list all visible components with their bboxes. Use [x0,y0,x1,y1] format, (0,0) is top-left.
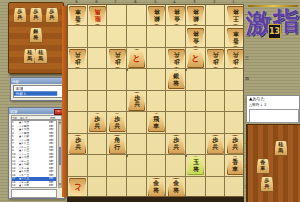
star-point [185,69,187,71]
shogi-piece[interactable]: 香車 [227,156,244,175]
rank-label: 三 [245,55,249,60]
file-label: 4 [173,0,175,4]
branch-list[interactable]: 本譜分岐１ [13,85,63,98]
file-label: 6 [134,0,136,4]
kifu-move-row[interactable]: 19▲７七角0秒 [12,184,56,188]
shogi-piece[interactable]: 角行 [109,135,126,154]
shogi-piece[interactable]: 飛車 [148,113,165,132]
kifu-column-header[interactable]: 手数 [12,116,19,119]
shogi-piece[interactable]: 王将 [227,6,244,25]
file-label: 5 [154,0,156,4]
star-point [126,69,128,71]
shogi-piece[interactable]: 銀将 [148,6,165,25]
captured-piece[interactable]: 歩兵 [13,7,27,23]
star-point [185,155,187,157]
branch-list-item[interactable]: 分岐１ [14,91,57,96]
scroll-down-icon[interactable]: ▼ [59,183,61,187]
shogi-piece[interactable]: 歩兵 [227,49,244,68]
shogi-piece[interactable]: 歩兵 [109,49,126,68]
file-label: 9 [75,0,77,4]
file-labels: 987654321 [67,0,244,4]
branch-window-title: 分岐 [12,79,19,84]
shogi-piece[interactable]: 歩兵 [207,49,224,68]
shogi-piece[interactable]: 龍馬 [89,6,106,25]
kifu-move-list[interactable]: 1▲７六歩0秒2△３四歩0秒3▲２六歩0秒4△４四歩0秒5▲４八銀0秒6△４二飛… [11,120,57,188]
scrollbar-thumb[interactable] [59,147,61,165]
kifu-window-title: 棋譜 [10,109,17,114]
shogi-piece[interactable]: 金将 [187,28,204,47]
shogi-piece[interactable]: 金将 [168,6,185,25]
info-box [249,109,299,123]
kifu-comment-area [11,189,57,198]
branch-window: 分岐 本譜分岐１ [10,77,66,101]
kifu-column-header[interactable]: 時間 [50,116,59,119]
kifu-window-titlebar[interactable]: 棋譜 × [9,108,64,114]
shogi-piece[interactable]: と [128,49,145,68]
shogi-piece[interactable]: 歩兵 [227,135,244,154]
star-point [126,155,128,157]
shogi-piece[interactable]: 金将 [148,178,165,197]
shogi-piece[interactable]: と [187,49,204,68]
gekisashi-app-window: 歩兵歩兵歩兵銀将桂馬桂馬 分岐 本譜分岐１ 棋譜 × 手数指し手時間 1▲７六歩… [0,0,300,202]
shogi-piece-last-move[interactable]: 玉将 [187,156,204,175]
shogi-piece[interactable]: 金将 [168,178,185,197]
kifu-window: 棋譜 × 手数指し手時間 1▲７六歩0秒2△３四歩0秒3▲２六歩0秒4△４四歩0… [8,107,65,199]
shogi-piece[interactable]: 歩兵 [128,92,145,111]
board-bottom-edge [67,197,244,202]
captured-piece[interactable]: 香車 [256,158,270,174]
captured-piece[interactable]: 銀将 [29,27,43,43]
shogi-piece[interactable]: 銀将 [187,6,204,25]
file-label: 3 [193,0,195,4]
scroll-up-icon[interactable]: ▲ [59,121,61,125]
file-label: 1 [232,0,234,4]
captured-piece[interactable]: 歩兵 [45,7,59,23]
shogi-piece[interactable]: 歩兵 [207,135,224,154]
captured-piece[interactable]: 桂馬 [34,48,48,64]
captured-piece[interactable]: 桂馬 [274,140,288,156]
shogi-board[interactable]: 香車龍馬銀将金将銀将王将金将香車歩兵歩兵と歩兵と歩兵歩兵銀将歩兵歩兵歩兵飛車歩兵… [67,4,244,197]
logo-version-badge: 13 [268,24,281,39]
sente-captured-tray: 桂馬香車歩兵 [246,124,300,202]
shogi-piece[interactable]: 歩兵 [168,135,185,154]
shogi-piece[interactable]: 歩兵 [69,135,86,154]
shogi-piece[interactable]: 歩兵 [109,113,126,132]
player-info-panel: ▲あなた △激指１３ [246,95,300,123]
shogi-piece[interactable]: 銀将 [168,70,185,89]
file-label: 7 [114,0,116,4]
rank-label: 四 [245,76,249,81]
sente-player-label: ▲あなた [247,96,296,102]
gote-captured-tray: 歩兵歩兵歩兵銀将桂馬桂馬 [8,2,64,74]
kifu-column-header[interactable]: 指し手 [20,116,45,119]
gote-player-label: △激指１３ [247,102,296,108]
shogi-piece[interactable]: 歩兵 [69,49,86,68]
gekisashi-logo: 激 指 13 [246,2,300,48]
branch-window-titlebar[interactable]: 分岐 [11,78,65,84]
file-label: 8 [95,0,97,4]
file-label: 2 [213,0,215,4]
shogi-piece[interactable]: 歩兵 [89,113,106,132]
shogi-piece[interactable]: 歩兵 [168,49,185,68]
captured-piece[interactable]: 歩兵 [29,7,43,23]
shogi-piece[interactable]: 香車 [69,6,86,25]
captured-piece[interactable]: 歩兵 [260,176,274,192]
branch-list-item[interactable]: 本譜 [14,86,57,91]
shogi-piece[interactable]: 香車 [227,28,244,47]
shogi-piece[interactable]: と [69,178,86,197]
